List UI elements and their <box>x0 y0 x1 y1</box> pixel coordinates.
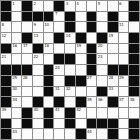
clue-number: 10 <box>44 22 49 27</box>
clue-number: 35 <box>87 97 92 102</box>
black-cell <box>22 33 32 43</box>
clue-number: 41 <box>55 107 60 112</box>
clue-number: 42 <box>76 107 81 112</box>
grid-cell[interactable]: 5 <box>97 1 107 11</box>
grid-cell[interactable] <box>54 22 64 32</box>
black-cell <box>87 12 97 22</box>
black-cell <box>1 76 11 86</box>
grid-cell[interactable] <box>119 108 129 118</box>
black-cell <box>87 119 97 129</box>
black-cell <box>76 76 86 86</box>
grid-cell[interactable] <box>76 12 86 22</box>
grid-cell[interactable] <box>12 108 22 118</box>
grid-cell[interactable]: 44 <box>87 129 97 139</box>
black-cell <box>129 1 139 11</box>
grid-cell[interactable]: 37 <box>119 97 129 107</box>
clue-number: 33 <box>108 86 113 91</box>
grid-cell[interactable]: 42 <box>76 108 86 118</box>
grid-cell[interactable] <box>108 1 118 11</box>
grid-cell[interactable]: 18 <box>44 44 54 54</box>
grid-cell[interactable]: 22 <box>33 54 43 64</box>
black-cell <box>1 1 11 11</box>
grid-cell[interactable] <box>97 76 107 86</box>
grid-cell[interactable] <box>22 97 32 107</box>
black-cell <box>22 1 32 11</box>
grid-cell[interactable] <box>76 87 86 97</box>
clue-number: 16 <box>12 43 17 48</box>
grid-cell[interactable]: 15 <box>108 33 118 43</box>
clue-number: 13 <box>34 33 39 38</box>
grid-cell[interactable] <box>12 33 22 43</box>
black-cell <box>54 33 64 43</box>
black-cell <box>1 44 11 54</box>
black-cell <box>44 87 54 97</box>
clue-number: 15 <box>108 33 113 38</box>
black-cell <box>87 22 97 32</box>
grid-cell[interactable] <box>87 1 97 11</box>
black-cell <box>54 97 64 107</box>
grid-cell[interactable] <box>65 65 75 75</box>
grid-cell[interactable]: 1 <box>12 1 22 11</box>
clue-number: 39 <box>2 107 7 112</box>
grid-cell[interactable]: 21 <box>1 54 11 64</box>
grid-cell[interactable] <box>97 65 107 75</box>
grid-cell[interactable] <box>76 119 86 129</box>
grid-cell[interactable] <box>76 65 86 75</box>
black-cell <box>87 54 97 64</box>
clue-number: 18 <box>44 43 49 48</box>
grid-cell[interactable]: 36 <box>97 97 107 107</box>
black-cell <box>76 97 86 107</box>
black-cell <box>129 44 139 54</box>
grid-cell[interactable] <box>129 22 139 32</box>
clue-number: 23 <box>98 54 103 59</box>
black-cell <box>65 76 75 86</box>
black-cell <box>33 44 43 54</box>
clue-number: 31 <box>55 86 60 91</box>
black-cell <box>22 65 32 75</box>
black-cell <box>65 119 75 129</box>
grid-cell[interactable]: 13 <box>33 33 43 43</box>
grid-cell[interactable]: 7 <box>54 12 64 22</box>
black-cell <box>97 33 107 43</box>
black-cell <box>44 65 54 75</box>
black-cell <box>1 129 11 139</box>
black-cell <box>12 65 22 75</box>
grid-cell[interactable]: 24 <box>54 65 64 75</box>
clue-number: 1 <box>12 1 14 6</box>
black-cell <box>44 12 54 22</box>
black-cell <box>129 119 139 129</box>
black-cell <box>87 65 97 75</box>
clue-number: 11 <box>119 22 124 27</box>
black-cell <box>87 44 97 54</box>
grid-cell[interactable]: 32 <box>65 87 75 97</box>
black-cell <box>108 22 118 32</box>
grid-cell[interactable]: 14 <box>65 33 75 43</box>
clue-number: 4 <box>76 1 78 6</box>
clue-number: 43 <box>12 129 17 134</box>
grid-cell[interactable] <box>119 119 129 129</box>
grid-cell[interactable]: 17 <box>22 44 32 54</box>
clue-number: 9 <box>34 22 36 27</box>
black-cell <box>65 108 75 118</box>
grid-cell[interactable] <box>54 129 64 139</box>
clue-number: 38 <box>130 97 135 102</box>
grid-cell[interactable] <box>108 54 118 64</box>
grid-cell[interactable] <box>22 22 32 32</box>
clue-number: 8 <box>2 22 4 27</box>
grid-cell[interactable] <box>44 33 54 43</box>
grid-cell[interactable] <box>119 44 129 54</box>
grid-cell[interactable] <box>76 54 86 64</box>
crossword-page: 1234567891011121314151617181920212223242… <box>0 0 140 140</box>
grid-cell[interactable] <box>119 54 129 64</box>
black-cell <box>76 33 86 43</box>
black-cell <box>97 87 107 97</box>
grid-cell[interactable] <box>97 108 107 118</box>
grid-cell[interactable] <box>97 129 107 139</box>
black-cell <box>33 12 43 22</box>
grid-cell[interactable] <box>87 33 97 43</box>
grid-cell[interactable] <box>33 119 43 129</box>
grid-cell[interactable]: 11 <box>119 22 129 32</box>
grid-cell[interactable] <box>97 12 107 22</box>
grid-cell[interactable]: 23 <box>97 54 107 64</box>
grid-cell[interactable]: 4 <box>76 1 86 11</box>
clue-number: 34 <box>12 97 17 102</box>
black-cell <box>108 129 118 139</box>
grid-cell[interactable] <box>33 87 43 97</box>
black-cell <box>22 108 32 118</box>
grid-cell[interactable] <box>119 87 129 97</box>
grid-cell[interactable] <box>33 65 43 75</box>
grid-cell[interactable] <box>65 44 75 54</box>
clue-number: 40 <box>34 107 39 112</box>
grid-cell[interactable] <box>87 108 97 118</box>
grid-cell[interactable] <box>44 129 54 139</box>
black-cell <box>129 76 139 86</box>
clue-number: 28 <box>108 75 113 80</box>
grid-cell[interactable]: 3 <box>65 1 75 11</box>
grid-cell[interactable]: 31 <box>54 87 64 97</box>
black-cell <box>44 108 54 118</box>
grid-cell[interactable]: 28 <box>108 76 118 86</box>
grid-cell[interactable]: 16 <box>12 44 22 54</box>
grid-cell[interactable] <box>54 119 64 129</box>
grid-cell[interactable] <box>87 87 97 97</box>
grid-cell[interactable] <box>12 119 22 129</box>
grid-cell[interactable] <box>33 129 43 139</box>
grid-cell[interactable] <box>97 22 107 32</box>
black-cell <box>65 22 75 32</box>
grid-cell[interactable] <box>12 54 22 64</box>
clue-number: 3 <box>66 1 68 6</box>
black-cell <box>1 87 11 97</box>
clue-number: 37 <box>119 97 124 102</box>
grid-cell[interactable]: 12 <box>1 33 11 43</box>
grid-cell[interactable]: 39 <box>1 108 11 118</box>
grid-cell[interactable] <box>22 87 32 97</box>
black-cell <box>76 129 86 139</box>
black-cell <box>129 65 139 75</box>
grid-cell[interactable]: 43 <box>12 129 22 139</box>
black-cell <box>22 12 32 22</box>
black-cell <box>44 76 54 86</box>
black-cell <box>108 12 118 22</box>
black-cell <box>129 12 139 22</box>
clue-number: 44 <box>87 129 92 134</box>
clue-number: 5 <box>98 1 100 6</box>
grid-cell[interactable]: 40 <box>33 108 43 118</box>
grid-cell[interactable] <box>22 129 32 139</box>
grid-cell[interactable]: 9 <box>33 22 43 32</box>
grid-cell[interactable] <box>12 12 22 22</box>
black-cell <box>65 54 75 64</box>
black-cell <box>129 54 139 64</box>
grid-cell[interactable]: 29 <box>119 76 129 86</box>
clue-number: 26 <box>23 75 28 80</box>
grid-cell[interactable] <box>44 1 54 11</box>
grid-cell[interactable] <box>54 76 64 86</box>
grid-cell[interactable]: 25 <box>12 76 22 86</box>
clue-number: 21 <box>2 54 7 59</box>
grid-cell[interactable] <box>65 97 75 107</box>
clue-number: 19 <box>76 43 81 48</box>
grid-cell[interactable] <box>44 54 54 64</box>
black-cell <box>119 65 129 75</box>
clue-number: 36 <box>98 97 103 102</box>
black-cell <box>1 12 11 22</box>
clue-number: 14 <box>66 33 71 38</box>
clue-number: 30 <box>12 86 17 91</box>
clue-number: 24 <box>55 65 60 70</box>
grid-cell[interactable] <box>54 44 64 54</box>
grid-cell[interactable] <box>129 108 139 118</box>
black-cell <box>108 119 118 129</box>
clue-number: 7 <box>55 11 57 16</box>
clue-number: 12 <box>2 33 7 38</box>
grid-cell[interactable] <box>44 97 54 107</box>
black-cell <box>65 12 75 22</box>
grid-cell[interactable] <box>119 12 129 22</box>
grid-cell[interactable]: 26 <box>22 76 32 86</box>
grid-cell[interactable]: 35 <box>87 97 97 107</box>
grid-cell[interactable]: 27 <box>87 76 97 86</box>
grid-cell[interactable] <box>76 22 86 32</box>
grid-cell[interactable]: 8 <box>1 22 11 32</box>
grid-cell[interactable] <box>22 54 32 64</box>
clue-number: 6 <box>119 1 121 6</box>
grid-cell[interactable]: 19 <box>76 44 86 54</box>
clue-number: 22 <box>34 54 39 59</box>
grid-cell[interactable] <box>65 129 75 139</box>
grid-cell[interactable] <box>33 76 43 86</box>
clue-number: 20 <box>98 43 103 48</box>
grid-cell[interactable]: 10 <box>44 22 54 32</box>
black-cell <box>129 129 139 139</box>
clue-number: 25 <box>12 75 17 80</box>
black-cell <box>22 119 32 129</box>
clue-number: 2 <box>34 1 36 6</box>
grid-cell[interactable]: 2 <box>33 1 43 11</box>
black-cell <box>108 97 118 107</box>
grid-cell[interactable] <box>119 129 129 139</box>
clue-number: 17 <box>23 43 28 48</box>
grid-cell[interactable]: 34 <box>12 97 22 107</box>
grid-cell[interactable]: 38 <box>129 97 139 107</box>
grid-cell[interactable]: 6 <box>119 1 129 11</box>
grid-cell[interactable] <box>12 22 22 32</box>
grid-cell[interactable] <box>119 33 129 43</box>
black-cell <box>129 87 139 97</box>
grid-cell[interactable] <box>108 108 118 118</box>
black-cell <box>54 1 64 11</box>
black-cell <box>108 65 118 75</box>
grid-cell[interactable]: 30 <box>12 87 22 97</box>
grid-cell[interactable]: 41 <box>54 108 64 118</box>
black-cell <box>1 97 11 107</box>
black-cell <box>33 97 43 107</box>
clue-number: 32 <box>66 86 71 91</box>
black-cell <box>1 119 11 129</box>
grid-cell[interactable]: 20 <box>97 44 107 54</box>
crossword-grid: 1234567891011121314151617181920212223242… <box>0 0 140 140</box>
black-cell <box>54 54 64 64</box>
clue-number: 27 <box>87 75 92 80</box>
black-cell <box>129 33 139 43</box>
grid-cell[interactable] <box>108 44 118 54</box>
grid-cell[interactable]: 33 <box>108 87 118 97</box>
black-cell <box>97 119 107 129</box>
clue-number: 29 <box>119 75 124 80</box>
black-cell <box>44 119 54 129</box>
black-cell <box>1 65 11 75</box>
